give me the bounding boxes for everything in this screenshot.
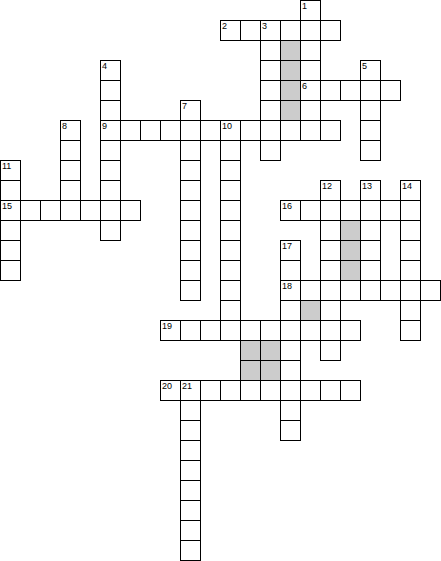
crossword-cell[interactable]: 20 (160, 380, 181, 401)
shaded-cell (240, 340, 261, 361)
crossword-cell[interactable] (300, 280, 321, 301)
crossword-cell[interactable]: 10 (220, 120, 241, 141)
clue-number: 4 (102, 61, 107, 71)
clue-number: 11 (2, 161, 11, 171)
shaded-cell (300, 300, 321, 321)
crossword-cell[interactable] (220, 320, 241, 341)
clue-number: 2 (222, 21, 227, 31)
crossword-cell[interactable] (280, 20, 301, 41)
crossword-cell[interactable] (100, 160, 121, 181)
crossword-cell[interactable] (200, 320, 221, 341)
clue-number: 19 (162, 321, 172, 331)
crossword-cell[interactable] (220, 260, 241, 281)
crossword-cell[interactable] (180, 520, 201, 541)
crossword-cell[interactable] (200, 380, 221, 401)
clue-number: 12 (322, 181, 332, 191)
crossword-cell[interactable] (360, 140, 381, 161)
crossword-cell[interactable] (180, 200, 201, 221)
shaded-cell (260, 340, 281, 361)
crossword-cell[interactable] (240, 120, 261, 141)
shaded-cell (280, 40, 301, 61)
shaded-cell (260, 360, 281, 381)
crossword-cell[interactable] (180, 260, 201, 281)
crossword-cell[interactable] (0, 240, 21, 261)
crossword-cell[interactable] (300, 20, 321, 41)
crossword-cell[interactable] (380, 80, 401, 101)
crossword-cell[interactable] (260, 80, 281, 101)
crossword-cell[interactable]: 8 (60, 120, 81, 141)
crossword-cell[interactable] (100, 100, 121, 121)
crossword-cell[interactable] (300, 200, 321, 221)
shaded-cell (340, 220, 361, 241)
crossword-cell[interactable] (280, 320, 301, 341)
clue-number: 16 (282, 201, 292, 211)
crossword-cell[interactable] (360, 80, 381, 101)
crossword-cell[interactable]: 1 (300, 0, 321, 21)
crossword-cell[interactable] (320, 120, 341, 141)
crossword-cell[interactable] (400, 300, 421, 321)
crossword-cell[interactable] (60, 180, 81, 201)
shaded-cell (280, 60, 301, 81)
crossword-cell[interactable] (220, 160, 241, 181)
crossword-cell[interactable]: 12 (320, 180, 341, 201)
crossword-cell[interactable] (340, 380, 361, 401)
crossword-cell[interactable]: 14 (400, 180, 421, 201)
crossword-cell[interactable]: 11 (0, 160, 21, 181)
crossword-cell[interactable] (320, 280, 341, 301)
crossword-cell[interactable] (280, 380, 301, 401)
crossword-cell[interactable] (400, 260, 421, 281)
crossword-cell[interactable] (360, 240, 381, 261)
crossword-cell[interactable] (220, 280, 241, 301)
crossword-cell[interactable] (180, 220, 201, 241)
crossword-cell[interactable] (220, 140, 241, 161)
crossword-cell[interactable] (260, 40, 281, 61)
crossword-cell[interactable] (180, 420, 201, 441)
clue-number: 14 (402, 181, 412, 191)
crossword-cell[interactable] (340, 200, 361, 221)
crossword-cell[interactable] (300, 60, 321, 81)
clue-number: 18 (282, 281, 292, 291)
crossword-cell[interactable] (340, 280, 361, 301)
crossword-cell[interactable] (220, 200, 241, 221)
crossword-cell[interactable] (260, 380, 281, 401)
shaded-cell (280, 80, 301, 101)
crossword-cell[interactable]: 17 (280, 240, 301, 261)
crossword-cell[interactable] (120, 120, 141, 141)
crossword-cell[interactable] (220, 180, 241, 201)
crossword-cell[interactable] (260, 100, 281, 121)
crossword-board: 123456789101112131415161718192021 (0, 0, 441, 561)
crossword-cell[interactable] (400, 220, 421, 241)
crossword-cell[interactable] (400, 280, 421, 301)
crossword-cell[interactable]: 9 (100, 120, 121, 141)
crossword-cell[interactable] (280, 300, 301, 321)
clue-number: 21 (182, 381, 192, 391)
crossword-cell[interactable] (180, 320, 201, 341)
crossword-cell[interactable] (40, 200, 61, 221)
crossword-cell[interactable]: 15 (0, 200, 21, 221)
crossword-cell[interactable] (300, 380, 321, 401)
crossword-cell[interactable] (100, 140, 121, 161)
crossword-cell[interactable] (380, 200, 401, 221)
clue-number: 15 (2, 201, 12, 211)
crossword-cell[interactable] (340, 80, 361, 101)
crossword-cell[interactable]: 21 (180, 380, 201, 401)
crossword-cell[interactable] (300, 40, 321, 61)
crossword-cell[interactable] (0, 220, 21, 241)
clue-number: 7 (182, 101, 187, 111)
crossword-cell[interactable] (180, 500, 201, 521)
crossword-cell[interactable] (180, 140, 201, 161)
crossword-cell[interactable] (400, 320, 421, 341)
crossword-cell[interactable] (340, 320, 361, 341)
crossword-cell[interactable] (240, 320, 261, 341)
crossword-cell[interactable] (100, 80, 121, 101)
crossword-cell[interactable] (180, 180, 201, 201)
crossword-cell[interactable] (280, 120, 301, 141)
crossword-cell[interactable] (20, 200, 41, 221)
crossword-cell[interactable] (280, 260, 301, 281)
crossword-cell[interactable] (220, 240, 241, 261)
crossword-cell[interactable] (180, 280, 201, 301)
crossword-cell[interactable] (180, 120, 201, 141)
crossword-cell[interactable] (100, 220, 121, 241)
crossword-cell[interactable] (400, 200, 421, 221)
crossword-cell[interactable] (120, 200, 141, 221)
crossword-cell[interactable]: 16 (280, 200, 301, 221)
crossword-cell[interactable] (260, 120, 281, 141)
crossword-cell[interactable] (260, 320, 281, 341)
crossword-cell[interactable] (360, 220, 381, 241)
shaded-cell (280, 100, 301, 121)
crossword-cell[interactable] (180, 160, 201, 181)
crossword-cell[interactable] (360, 100, 381, 121)
crossword-cell[interactable] (240, 20, 261, 41)
clue-number: 8 (62, 121, 67, 131)
crossword-cell[interactable] (260, 60, 281, 81)
crossword-cell[interactable] (420, 280, 441, 301)
crossword-cell[interactable] (320, 300, 341, 321)
crossword-cell[interactable] (100, 180, 121, 201)
crossword-cell[interactable]: 4 (100, 60, 121, 81)
crossword-cell[interactable]: 2 (220, 20, 241, 41)
crossword-cell[interactable] (220, 380, 241, 401)
crossword-cell[interactable] (280, 360, 301, 381)
clue-number: 6 (302, 81, 307, 91)
crossword-cell[interactable] (240, 380, 261, 401)
crossword-cell[interactable]: 18 (280, 280, 301, 301)
crossword-cell[interactable] (320, 320, 341, 341)
crossword-cell[interactable]: 5 (360, 60, 381, 81)
crossword-cell[interactable] (180, 440, 201, 461)
crossword-cell[interactable]: 6 (300, 80, 321, 101)
crossword-cell[interactable] (360, 200, 381, 221)
crossword-cell[interactable] (60, 140, 81, 161)
crossword-cell[interactable] (180, 460, 201, 481)
shaded-cell (240, 360, 261, 381)
clue-number: 10 (222, 121, 232, 131)
clue-number: 3 (262, 21, 267, 31)
crossword-cell[interactable] (200, 120, 221, 141)
crossword-cell[interactable] (320, 80, 341, 101)
clue-number: 17 (282, 241, 292, 251)
crossword-cell[interactable] (320, 380, 341, 401)
crossword-cell[interactable] (320, 240, 341, 261)
crossword-cell[interactable] (280, 400, 301, 421)
crossword-cell[interactable] (360, 260, 381, 281)
shaded-cell (340, 260, 361, 281)
crossword-cell[interactable]: 7 (180, 100, 201, 121)
crossword-cell[interactable] (0, 260, 21, 281)
crossword-cell[interactable] (100, 200, 121, 221)
crossword-cell[interactable] (220, 220, 241, 241)
crossword-cell[interactable] (280, 340, 301, 361)
crossword-cell[interactable] (60, 200, 81, 221)
crossword-cell[interactable] (80, 200, 101, 221)
crossword-cell[interactable] (0, 180, 21, 201)
clue-number: 20 (162, 381, 172, 391)
crossword-cell[interactable] (320, 340, 341, 361)
crossword-cell[interactable] (180, 400, 201, 421)
crossword-cell[interactable] (220, 300, 241, 321)
crossword-cell[interactable] (360, 120, 381, 141)
crossword-cell[interactable] (280, 420, 301, 441)
crossword-cell[interactable] (320, 220, 341, 241)
crossword-cell[interactable] (360, 280, 381, 301)
crossword-cell[interactable] (380, 280, 401, 301)
crossword-cell[interactable] (180, 240, 201, 261)
crossword-cell[interactable] (60, 160, 81, 181)
crossword-cell[interactable] (400, 240, 421, 261)
crossword-cell[interactable] (180, 540, 201, 561)
crossword-cell[interactable] (320, 260, 341, 281)
crossword-cell[interactable] (320, 20, 341, 41)
clue-number: 5 (362, 61, 367, 71)
crossword-cell[interactable] (300, 120, 321, 141)
clue-number: 9 (102, 121, 107, 131)
shaded-cell (340, 240, 361, 261)
crossword-cell[interactable] (260, 140, 281, 161)
crossword-cell[interactable] (320, 200, 341, 221)
crossword-cell[interactable] (300, 320, 321, 341)
crossword-cell[interactable]: 13 (360, 180, 381, 201)
crossword-cell[interactable]: 3 (260, 20, 281, 41)
crossword-cell[interactable] (300, 100, 321, 121)
clue-number: 1 (302, 1, 307, 11)
crossword-cell[interactable]: 19 (160, 320, 181, 341)
crossword-cell[interactable] (180, 480, 201, 501)
crossword-cell[interactable] (140, 120, 161, 141)
clue-number: 13 (362, 181, 372, 191)
crossword-cell[interactable] (160, 120, 181, 141)
